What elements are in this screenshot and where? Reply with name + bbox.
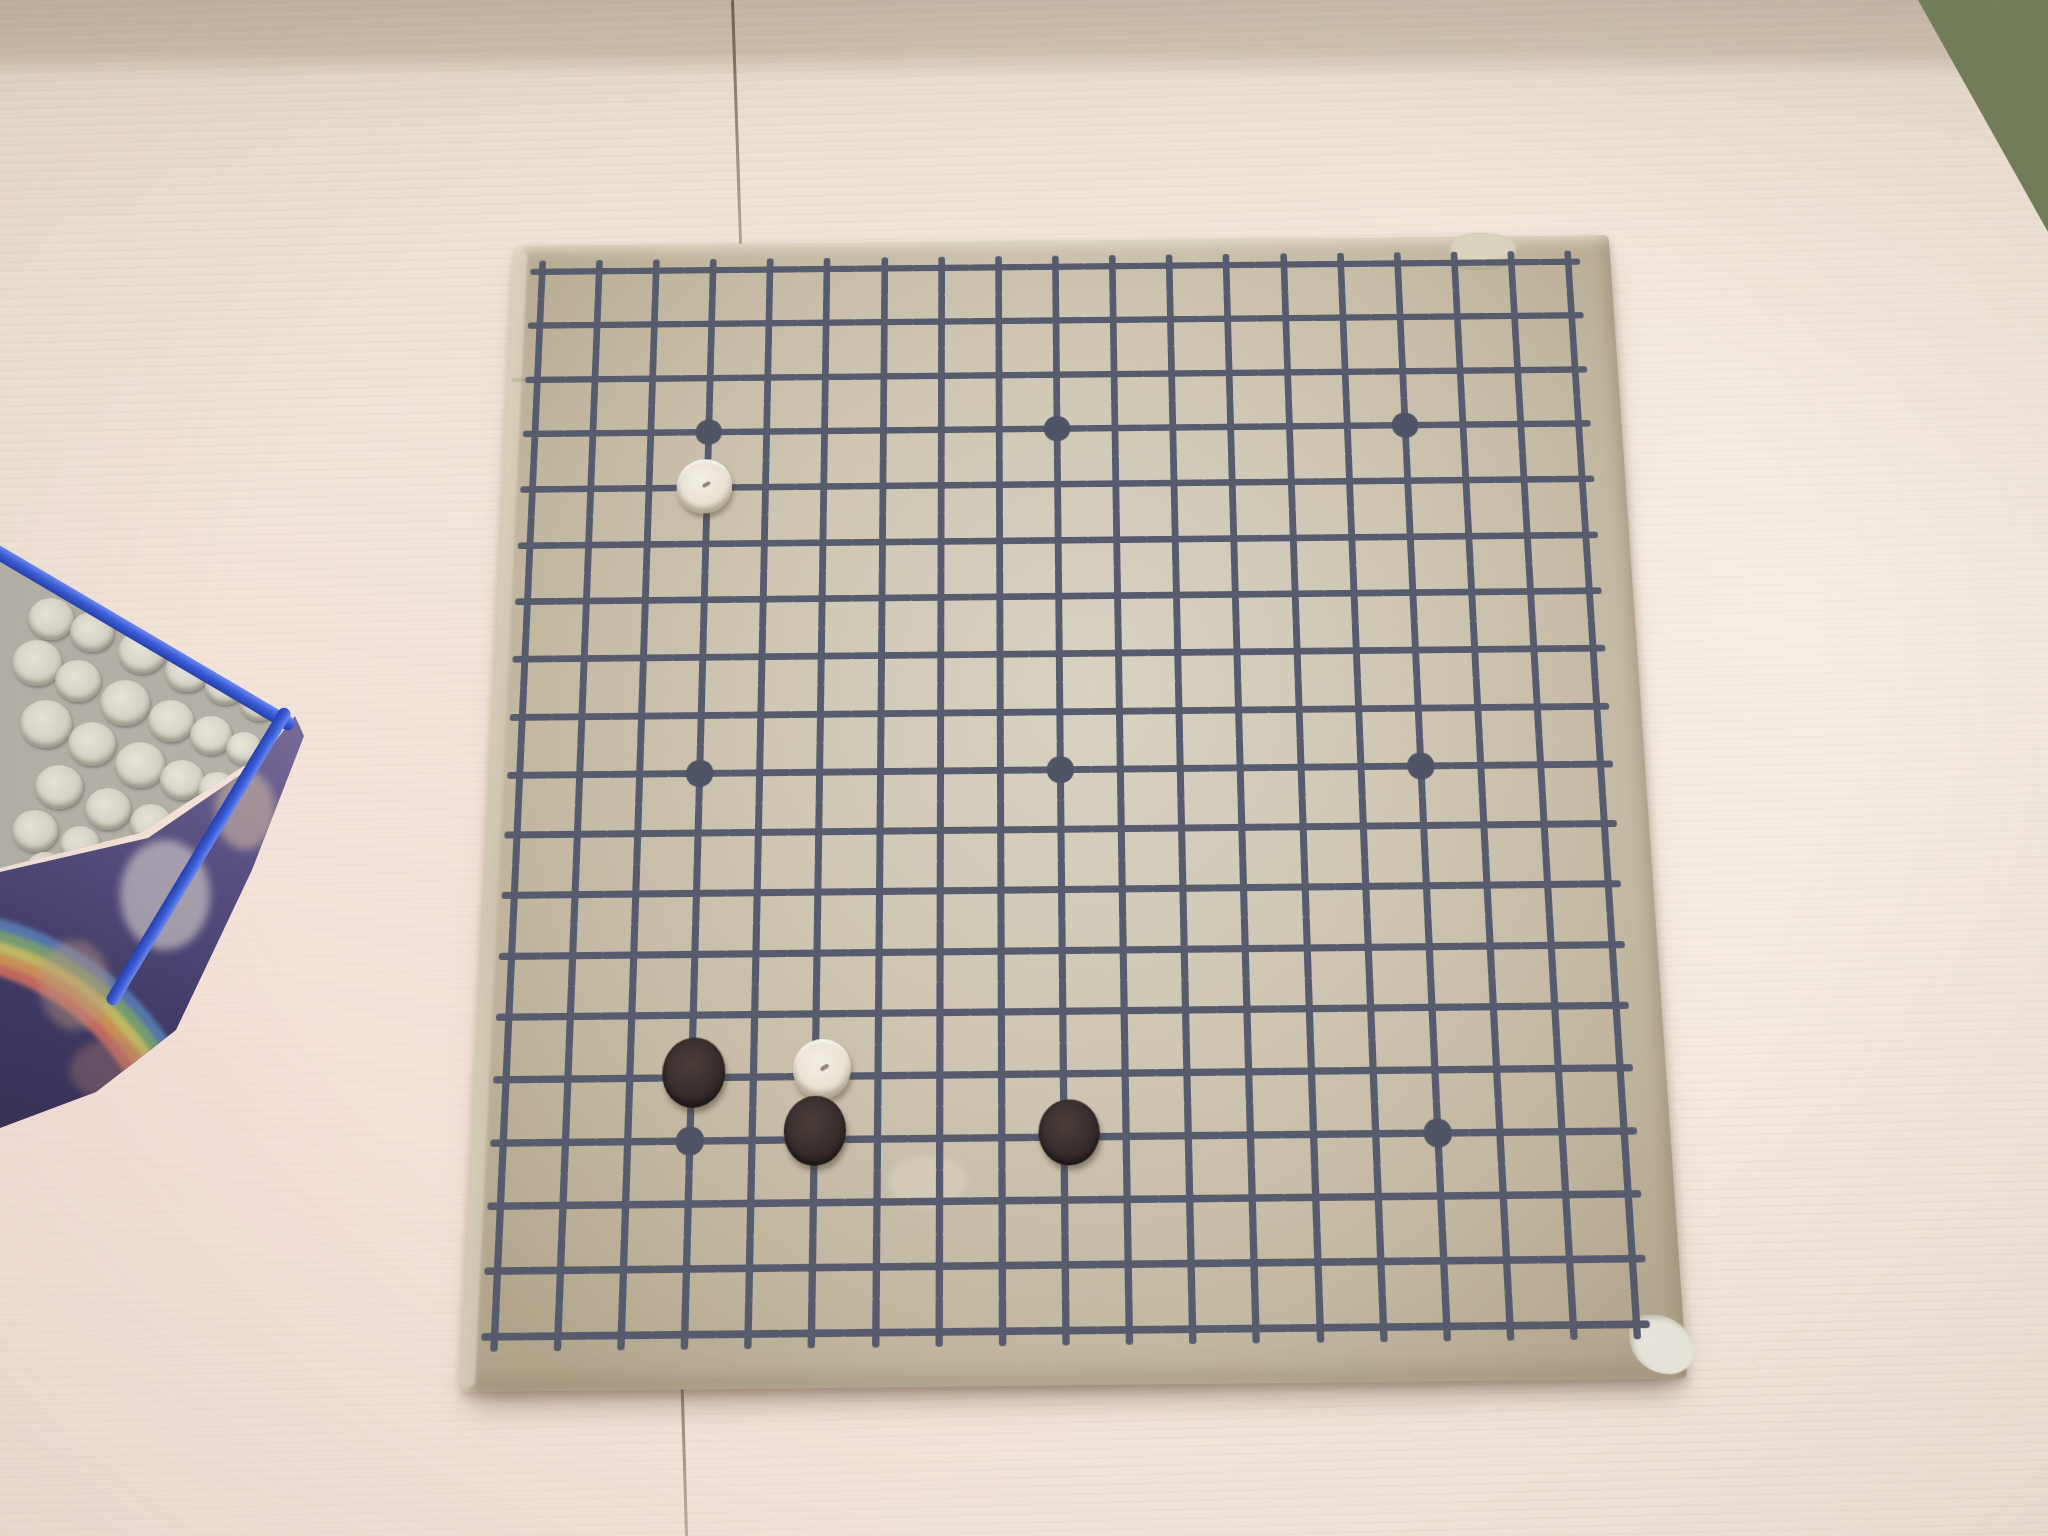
stones-layer bbox=[462, 235, 1687, 1392]
artwork-figure bbox=[40, 940, 110, 1030]
white-F5-stone[interactable] bbox=[793, 1039, 851, 1099]
stone-mark bbox=[819, 1063, 829, 1071]
black-F4-stone[interactable] bbox=[783, 1096, 846, 1166]
stone-mark bbox=[702, 481, 712, 488]
artwork-figure bbox=[70, 1040, 150, 1100]
table-seam-bottom bbox=[680, 1366, 688, 1536]
black-D5-stone[interactable] bbox=[661, 1037, 726, 1108]
rainbow-art bbox=[0, 965, 160, 1425]
black-K4-stone[interactable] bbox=[1038, 1099, 1100, 1166]
white-D15-stone[interactable] bbox=[676, 459, 733, 513]
table-seam-top bbox=[731, 0, 742, 245]
photo-scene: Overhead photo of a homemade 19x19 Go bo… bbox=[0, 0, 2048, 1536]
stone-tin-box[interactable] bbox=[0, 540, 320, 1140]
go-board bbox=[462, 235, 1687, 1392]
